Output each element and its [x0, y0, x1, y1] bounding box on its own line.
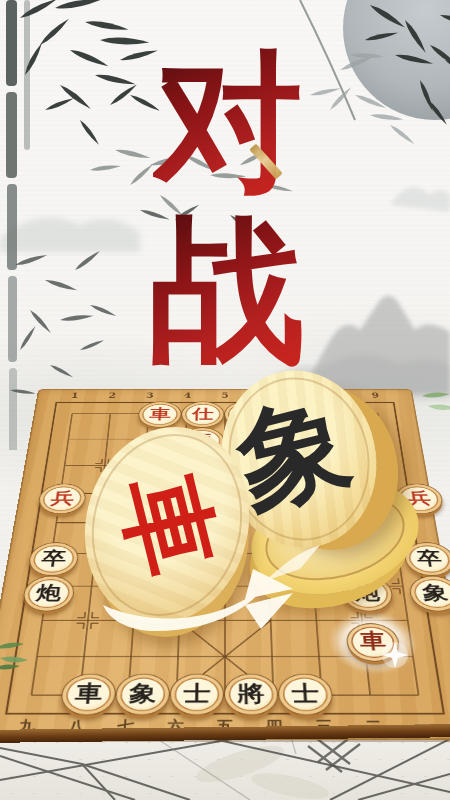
piece-character: 卒 — [40, 546, 68, 570]
file-label-top-9: 9 — [356, 390, 395, 400]
piece-character: 卒 — [415, 546, 443, 570]
piece-character: 士 — [183, 679, 211, 709]
piece-character: 車 — [74, 679, 104, 709]
file-label-top-4: 4 — [168, 390, 206, 400]
piece-character: 士 — [291, 679, 320, 709]
paper-sketch-lines — [0, 734, 450, 800]
piece-character: 炮 — [34, 580, 63, 605]
piece-red-f4r1-仕: 仕 — [181, 402, 224, 428]
green-leaves-left — [0, 628, 54, 678]
file-label-top-2: 2 — [93, 390, 132, 400]
piece-black-f1r8-炮: 炮 — [21, 576, 76, 612]
title-char-zhan: 战 — [149, 212, 305, 368]
piece-character: 兵 — [49, 487, 75, 509]
piece-black-f9r8-象: 象 — [407, 576, 450, 612]
motion-swoosh-arrow — [95, 535, 325, 680]
piece-character: 仕 — [192, 405, 214, 424]
piece-red-f3r1-車: 車 — [137, 402, 181, 428]
piece-black-f1r7-卒: 卒 — [27, 542, 80, 576]
piece-character: 象 — [128, 679, 157, 709]
sparkle-icon — [378, 638, 412, 672]
piece-character: 將 — [237, 679, 265, 709]
piece-character: 象 — [421, 580, 450, 605]
paper-foreground — [0, 734, 450, 800]
piece-character: 車 — [149, 405, 172, 424]
battle-splash-screen[interactable]: 对 战 123456789 車仕帥仕馬相兵兵卒卒炮炮象車車象士將士 九八七六五四… — [0, 0, 450, 800]
file-label-top-3: 3 — [131, 390, 169, 400]
hash-cross-motif — [308, 736, 360, 772]
piece-red-f1r4-兵: 兵 — [37, 484, 88, 514]
file-label-top-1: 1 — [55, 390, 94, 400]
green-leaves-top-right — [418, 386, 450, 420]
